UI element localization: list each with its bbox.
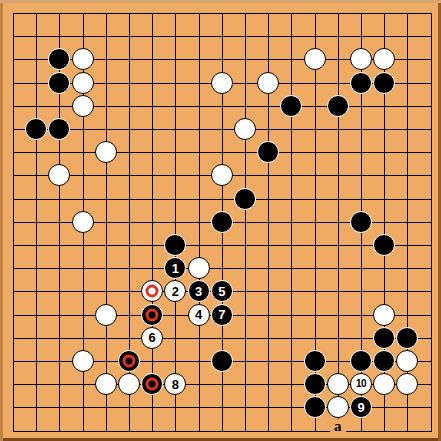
circle-mark <box>123 355 136 368</box>
move-number: 3 <box>195 285 202 298</box>
white-stone <box>234 118 256 140</box>
white-stone <box>72 211 94 233</box>
black-stone <box>304 396 326 418</box>
black-stone <box>327 95 349 117</box>
black-stone <box>350 350 372 372</box>
black-stone <box>118 350 140 372</box>
black-stone <box>373 327 395 349</box>
black-stone <box>48 72 70 94</box>
white-stone <box>211 72 233 94</box>
black-stone: 3 <box>188 280 210 302</box>
move-number: 2 <box>172 285 179 298</box>
move-number: 5 <box>218 285 225 298</box>
black-stone <box>304 373 326 395</box>
white-stone <box>327 373 349 395</box>
white-stone <box>304 48 326 70</box>
white-stone <box>373 304 395 326</box>
white-stone <box>95 304 117 326</box>
move-number: 9 <box>357 401 364 414</box>
black-stone <box>211 211 233 233</box>
white-stone <box>72 95 94 117</box>
white-stone <box>72 72 94 94</box>
point-label-a: a <box>330 419 346 433</box>
go-board: 13579246810a <box>0 0 441 441</box>
white-stone <box>95 373 117 395</box>
move-number: 7 <box>218 308 225 321</box>
white-stone: 6 <box>141 327 163 349</box>
black-stone <box>141 304 163 326</box>
move-number: 10 <box>356 379 366 389</box>
white-stone <box>188 257 210 279</box>
black-stone <box>234 188 256 210</box>
black-stone <box>373 72 395 94</box>
black-stone <box>304 350 326 372</box>
move-number: 1 <box>172 262 179 275</box>
black-stone <box>350 72 372 94</box>
black-stone <box>211 350 233 372</box>
black-stone <box>350 211 372 233</box>
move-number: 6 <box>149 331 156 344</box>
white-stone <box>72 48 94 70</box>
black-stone: 7 <box>211 304 233 326</box>
circle-mark <box>146 285 159 298</box>
circle-mark <box>146 308 159 321</box>
white-stone <box>95 141 117 163</box>
move-number: 8 <box>172 378 179 391</box>
circle-mark <box>146 378 159 391</box>
white-stone: 4 <box>188 304 210 326</box>
move-number: 4 <box>195 308 202 321</box>
white-stone <box>72 350 94 372</box>
white-stone <box>257 72 279 94</box>
